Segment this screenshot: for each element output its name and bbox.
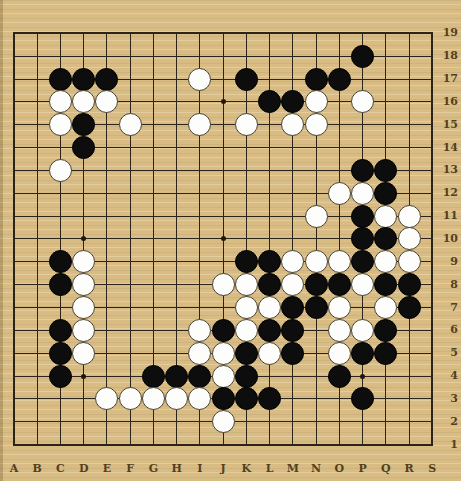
white-stone[interactable]: ●: [258, 342, 281, 365]
white-stone[interactable]: ●: [119, 113, 142, 136]
white-stone[interactable]: ●: [165, 387, 188, 410]
black-stone[interactable]: ●: [374, 342, 397, 365]
black-stone[interactable]: ●: [351, 205, 374, 228]
row-label: 12: [434, 186, 458, 200]
black-stone[interactable]: ●: [351, 227, 374, 250]
black-stone[interactable]: ●: [281, 342, 304, 365]
black-stone[interactable]: ●: [235, 68, 258, 91]
column-label: I: [190, 462, 210, 475]
white-stone[interactable]: ●: [95, 387, 118, 410]
white-stone[interactable]: ●: [235, 296, 258, 319]
white-stone[interactable]: ●: [188, 387, 211, 410]
column-label: K: [236, 462, 256, 475]
column-label: H: [167, 462, 187, 475]
black-stone[interactable]: ●: [258, 273, 281, 296]
black-stone[interactable]: ●: [328, 365, 351, 388]
white-stone[interactable]: ●: [281, 273, 304, 296]
column-label: O: [329, 462, 349, 475]
row-label: 6: [434, 323, 458, 337]
black-stone[interactable]: ●: [281, 319, 304, 342]
white-stone[interactable]: ●: [72, 319, 95, 342]
row-label: 4: [434, 369, 458, 383]
black-stone[interactable]: ●: [374, 182, 397, 205]
white-stone[interactable]: ●: [328, 296, 351, 319]
row-label: 11: [434, 209, 458, 223]
star-point: [81, 236, 86, 241]
white-stone[interactable]: ●: [351, 182, 374, 205]
white-stone[interactable]: ●: [212, 273, 235, 296]
row-label: 10: [434, 232, 458, 246]
black-stone[interactable]: ●: [374, 319, 397, 342]
row-label: 9: [434, 255, 458, 269]
white-stone[interactable]: ●: [281, 113, 304, 136]
column-label: Q: [376, 462, 396, 475]
black-stone[interactable]: ●: [212, 387, 235, 410]
column-label: L: [260, 462, 280, 475]
white-stone[interactable]: ●: [188, 342, 211, 365]
star-point: [221, 236, 226, 241]
row-label: 2: [434, 415, 458, 429]
black-stone[interactable]: ●: [258, 90, 281, 113]
white-stone[interactable]: ●: [72, 273, 95, 296]
black-stone[interactable]: ●: [235, 342, 258, 365]
white-stone[interactable]: ●: [188, 319, 211, 342]
column-label: N: [306, 462, 326, 475]
row-label: 18: [434, 49, 458, 63]
white-stone[interactable]: ●: [305, 90, 328, 113]
black-stone[interactable]: ●: [235, 387, 258, 410]
black-stone[interactable]: ●: [328, 273, 351, 296]
black-stone[interactable]: ●: [305, 296, 328, 319]
black-stone[interactable]: ●: [258, 319, 281, 342]
black-stone[interactable]: ●: [235, 250, 258, 273]
go-game-screenshot: ●●●●●●●●●●●●●●●●●●●●●●●●●●●●●●●●●●●●●●●●…: [0, 0, 461, 481]
white-stone[interactable]: ●: [72, 296, 95, 319]
black-stone[interactable]: ●: [281, 296, 304, 319]
black-stone[interactable]: ●: [281, 90, 304, 113]
white-stone[interactable]: ●: [212, 342, 235, 365]
star-point: [360, 374, 365, 379]
black-stone[interactable]: ●: [142, 365, 165, 388]
column-label: P: [353, 462, 373, 475]
black-stone[interactable]: ●: [351, 159, 374, 182]
column-label: B: [27, 462, 47, 475]
black-stone[interactable]: ●: [49, 342, 72, 365]
white-stone[interactable]: ●: [95, 90, 118, 113]
white-stone[interactable]: ●: [305, 113, 328, 136]
row-label: 8: [434, 278, 458, 292]
white-stone[interactable]: ●: [49, 159, 72, 182]
white-stone[interactable]: ●: [305, 250, 328, 273]
column-label: F: [120, 462, 140, 475]
black-stone[interactable]: ●: [49, 319, 72, 342]
black-stone[interactable]: ●: [351, 250, 374, 273]
column-label: M: [283, 462, 303, 475]
black-stone[interactable]: ●: [305, 273, 328, 296]
row-label: 19: [434, 26, 458, 40]
row-label: 17: [434, 72, 458, 86]
column-label: R: [399, 462, 419, 475]
column-label: E: [97, 462, 117, 475]
row-label: 5: [434, 346, 458, 360]
black-stone[interactable]: ●: [49, 250, 72, 273]
white-stone[interactable]: ●: [72, 342, 95, 365]
white-stone[interactable]: ●: [212, 365, 235, 388]
black-stone[interactable]: ●: [374, 227, 397, 250]
white-stone[interactable]: ●: [398, 205, 421, 228]
row-label: 1: [434, 438, 458, 452]
row-label: 15: [434, 118, 458, 132]
black-stone[interactable]: ●: [351, 387, 374, 410]
white-stone[interactable]: ●: [305, 205, 328, 228]
black-stone[interactable]: ●: [95, 68, 118, 91]
black-stone[interactable]: ●: [72, 113, 95, 136]
white-stone[interactable]: ●: [72, 250, 95, 273]
white-stone[interactable]: ●: [328, 342, 351, 365]
row-label: 7: [434, 301, 458, 315]
white-stone[interactable]: ●: [398, 250, 421, 273]
white-stone[interactable]: ●: [374, 250, 397, 273]
white-stone[interactable]: ●: [235, 113, 258, 136]
black-stone[interactable]: ●: [49, 273, 72, 296]
column-label: S: [422, 462, 442, 475]
white-stone[interactable]: ●: [374, 296, 397, 319]
column-label: G: [143, 462, 163, 475]
white-stone[interactable]: ●: [351, 319, 374, 342]
white-stone[interactable]: ●: [328, 182, 351, 205]
black-stone[interactable]: ●: [398, 273, 421, 296]
white-stone[interactable]: ●: [72, 90, 95, 113]
row-label: 13: [434, 163, 458, 177]
black-stone[interactable]: ●: [258, 387, 281, 410]
black-stone[interactable]: ●: [235, 365, 258, 388]
white-stone[interactable]: ●: [328, 250, 351, 273]
black-stone[interactable]: ●: [398, 296, 421, 319]
star-point: [81, 374, 86, 379]
white-stone[interactable]: ●: [258, 296, 281, 319]
black-stone[interactable]: ●: [351, 342, 374, 365]
white-stone[interactable]: ●: [49, 113, 72, 136]
black-stone[interactable]: ●: [305, 68, 328, 91]
black-stone[interactable]: ●: [212, 319, 235, 342]
grid-line: [431, 32, 433, 445]
column-label: J: [213, 462, 233, 475]
black-stone[interactable]: ●: [165, 365, 188, 388]
black-stone[interactable]: ●: [374, 159, 397, 182]
row-label: 16: [434, 95, 458, 109]
white-stone[interactable]: ●: [188, 68, 211, 91]
white-stone[interactable]: ●: [374, 205, 397, 228]
white-stone[interactable]: ●: [281, 250, 304, 273]
white-stone[interactable]: ●: [351, 273, 374, 296]
column-label: C: [50, 462, 70, 475]
white-stone[interactable]: ●: [188, 113, 211, 136]
white-stone[interactable]: ●: [235, 319, 258, 342]
black-stone[interactable]: ●: [328, 68, 351, 91]
star-point: [221, 99, 226, 104]
black-stone[interactable]: ●: [49, 365, 72, 388]
white-stone[interactable]: ●: [328, 319, 351, 342]
column-label: D: [74, 462, 94, 475]
black-stone[interactable]: ●: [72, 136, 95, 159]
white-stone[interactable]: ●: [212, 410, 235, 433]
grid-line: [13, 444, 433, 446]
black-stone[interactable]: ●: [374, 273, 397, 296]
white-stone[interactable]: ●: [351, 90, 374, 113]
black-stone[interactable]: ●: [188, 365, 211, 388]
column-label: A: [4, 462, 24, 475]
row-label: 3: [434, 392, 458, 406]
black-stone[interactable]: ●: [72, 68, 95, 91]
white-stone[interactable]: ●: [142, 387, 165, 410]
black-stone[interactable]: ●: [49, 68, 72, 91]
white-stone[interactable]: ●: [49, 90, 72, 113]
black-stone[interactable]: ●: [258, 250, 281, 273]
white-stone[interactable]: ●: [235, 273, 258, 296]
row-label: 14: [434, 141, 458, 155]
white-stone[interactable]: ●: [119, 387, 142, 410]
white-stone[interactable]: ●: [398, 227, 421, 250]
black-stone[interactable]: ●: [351, 45, 374, 68]
